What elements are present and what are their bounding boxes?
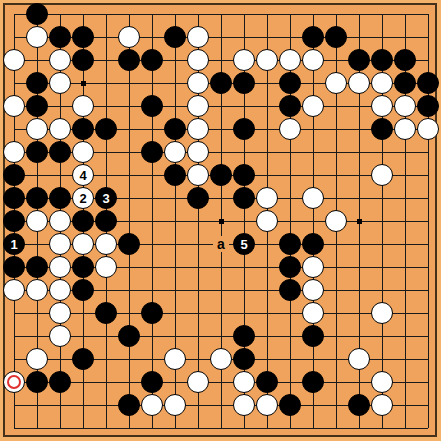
black-stone — [49, 371, 71, 393]
black-stone — [141, 141, 163, 163]
white-stone — [233, 49, 255, 71]
black-stone — [279, 72, 301, 94]
black-stone — [187, 187, 209, 209]
black-stone — [279, 279, 301, 301]
white-stone: 2 — [72, 187, 94, 209]
white-stone — [95, 256, 117, 278]
black-stone — [417, 95, 439, 117]
white-stone — [302, 187, 324, 209]
black-stone — [348, 394, 370, 416]
point-label-a: a — [213, 236, 229, 252]
white-stone — [164, 141, 186, 163]
white-stone — [394, 95, 416, 117]
star-point — [81, 81, 86, 86]
white-stone: 4 — [72, 164, 94, 186]
white-stone — [371, 302, 393, 324]
white-stone — [348, 348, 370, 370]
white-stone — [49, 210, 71, 232]
white-stone — [417, 118, 439, 140]
white-stone — [256, 394, 278, 416]
white-stone — [302, 95, 324, 117]
black-stone — [118, 394, 140, 416]
white-stone — [187, 371, 209, 393]
white-stone — [325, 72, 347, 94]
white-stone — [187, 49, 209, 71]
white-stone — [279, 49, 301, 71]
black-stone — [72, 26, 94, 48]
white-stone — [26, 210, 48, 232]
white-stone — [279, 118, 301, 140]
black-stone — [279, 95, 301, 117]
black-stone: 3 — [95, 187, 117, 209]
black-stone — [302, 325, 324, 347]
star-point — [357, 219, 362, 224]
black-stone — [279, 256, 301, 278]
black-stone — [394, 72, 416, 94]
white-stone — [325, 210, 347, 232]
white-stone — [302, 49, 324, 71]
white-stone — [256, 49, 278, 71]
black-stone — [279, 394, 301, 416]
white-stone — [3, 279, 25, 301]
black-stone — [49, 141, 71, 163]
black-stone — [26, 95, 48, 117]
black-stone — [26, 72, 48, 94]
white-stone — [49, 118, 71, 140]
white-stone — [371, 371, 393, 393]
black-stone — [417, 72, 439, 94]
grid-line-h — [14, 313, 428, 314]
black-stone — [72, 279, 94, 301]
black-stone — [164, 26, 186, 48]
black-stone — [210, 72, 232, 94]
black-stone — [233, 348, 255, 370]
white-stone — [118, 26, 140, 48]
white-stone — [210, 348, 232, 370]
white-stone — [256, 187, 278, 209]
move-number-4: 4 — [79, 169, 86, 182]
white-stone — [49, 256, 71, 278]
black-stone — [141, 49, 163, 71]
move-number-2: 2 — [79, 192, 86, 205]
white-stone — [233, 394, 255, 416]
circle-mark — [7, 375, 21, 389]
white-stone — [394, 118, 416, 140]
white-stone — [371, 394, 393, 416]
black-stone — [72, 256, 94, 278]
black-stone — [141, 302, 163, 324]
move-number-5: 5 — [240, 238, 247, 251]
white-stone — [49, 302, 71, 324]
move-number-3: 3 — [102, 192, 109, 205]
black-stone — [233, 72, 255, 94]
white-stone — [72, 233, 94, 255]
black-stone — [3, 210, 25, 232]
black-stone — [118, 49, 140, 71]
white-stone — [49, 325, 71, 347]
go-board-diagram: 42315a — [0, 0, 441, 441]
black-stone — [3, 187, 25, 209]
black-stone — [118, 325, 140, 347]
black-stone — [26, 187, 48, 209]
black-stone — [26, 3, 48, 25]
black-stone — [3, 164, 25, 186]
black-stone — [256, 371, 278, 393]
black-stone — [141, 371, 163, 393]
black-stone — [233, 118, 255, 140]
grid-line-h — [14, 336, 428, 337]
white-stone — [187, 72, 209, 94]
black-stone — [302, 371, 324, 393]
black-stone — [302, 26, 324, 48]
black-stone — [118, 233, 140, 255]
white-stone — [49, 279, 71, 301]
go-board[interactable]: 42315a — [0, 0, 441, 441]
white-stone — [302, 302, 324, 324]
white-stone — [348, 72, 370, 94]
white-stone — [26, 279, 48, 301]
white-stone — [187, 26, 209, 48]
white-stone — [3, 49, 25, 71]
white-stone — [3, 95, 25, 117]
white-stone — [187, 118, 209, 140]
black-stone — [26, 371, 48, 393]
black-stone — [233, 164, 255, 186]
black-stone — [72, 348, 94, 370]
black-stone — [233, 187, 255, 209]
white-stone — [164, 348, 186, 370]
white-stone — [371, 72, 393, 94]
white-stone — [26, 118, 48, 140]
grid-line-h — [14, 428, 428, 429]
white-stone — [49, 233, 71, 255]
black-stone — [348, 49, 370, 71]
black-stone: 5 — [233, 233, 255, 255]
white-stone — [3, 141, 25, 163]
black-stone — [233, 325, 255, 347]
grid-line-h — [14, 382, 428, 383]
white-stone — [187, 141, 209, 163]
black-stone — [325, 26, 347, 48]
white-stone — [72, 95, 94, 117]
star-point — [219, 219, 224, 224]
white-stone — [187, 95, 209, 117]
black-stone — [3, 256, 25, 278]
white-stone — [187, 164, 209, 186]
white-stone — [26, 348, 48, 370]
black-stone — [394, 49, 416, 71]
black-stone — [72, 49, 94, 71]
white-stone — [371, 164, 393, 186]
white-stone — [72, 141, 94, 163]
move-number-1: 1 — [10, 238, 17, 251]
white-stone — [26, 26, 48, 48]
white-stone — [141, 394, 163, 416]
white-stone — [49, 72, 71, 94]
black-stone — [141, 95, 163, 117]
white-stone — [371, 95, 393, 117]
white-stone — [302, 279, 324, 301]
black-stone — [302, 233, 324, 255]
black-stone: 1 — [3, 233, 25, 255]
black-stone — [26, 141, 48, 163]
white-stone — [49, 49, 71, 71]
black-stone — [95, 118, 117, 140]
black-stone — [49, 26, 71, 48]
white-stone — [164, 394, 186, 416]
black-stone — [95, 302, 117, 324]
white-stone — [233, 371, 255, 393]
white-stone — [256, 210, 278, 232]
black-stone — [210, 164, 232, 186]
black-stone — [49, 187, 71, 209]
black-stone — [164, 118, 186, 140]
black-stone — [72, 210, 94, 232]
black-stone — [164, 164, 186, 186]
black-stone — [26, 256, 48, 278]
black-stone — [95, 210, 117, 232]
white-stone — [302, 256, 324, 278]
grid-line-v — [313, 14, 314, 428]
black-stone — [279, 233, 301, 255]
black-stone — [371, 118, 393, 140]
white-stone — [95, 233, 117, 255]
black-stone — [371, 49, 393, 71]
black-stone — [72, 118, 94, 140]
